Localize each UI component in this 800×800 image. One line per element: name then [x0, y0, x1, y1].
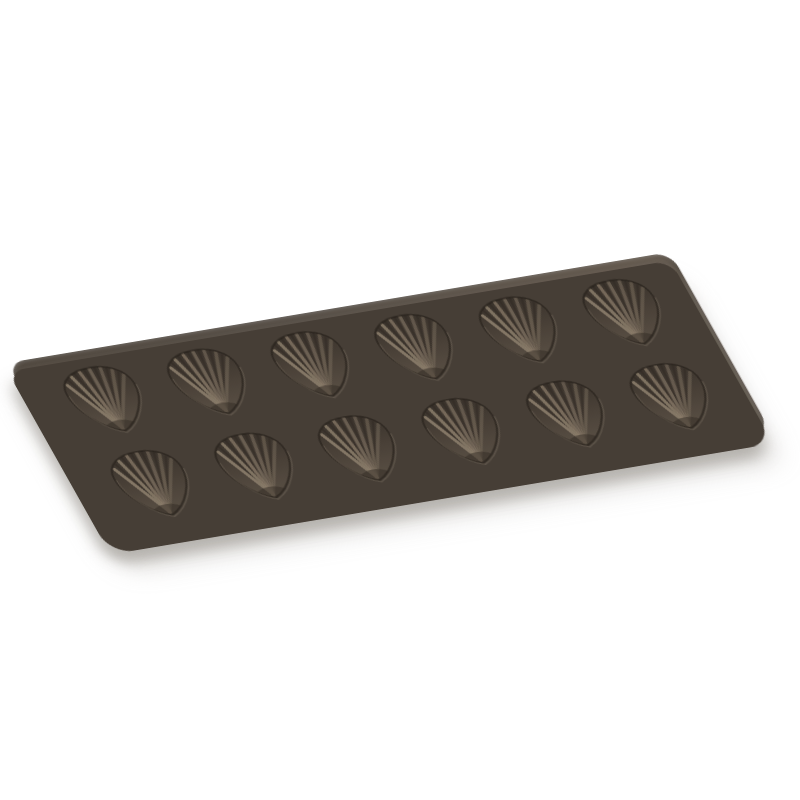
madeleine-cavity [608, 353, 738, 441]
madeleine-cavity [504, 370, 634, 458]
photo-background [0, 0, 800, 800]
madeleine-cavity [89, 440, 219, 528]
madeleine-cavity [353, 304, 483, 392]
madeleine-cavity [296, 405, 426, 493]
madeleine-cavity [560, 269, 690, 357]
madeleine-cavity [42, 356, 172, 444]
madeleine-cavity [193, 422, 323, 510]
madeleine-cavity [400, 388, 530, 476]
madeleine-mold-tray [7, 252, 773, 546]
madeleine-cavity [249, 321, 379, 409]
cavity-grid [7, 252, 773, 546]
madeleine-cavity [457, 286, 587, 374]
madeleine-cavity [145, 338, 275, 426]
